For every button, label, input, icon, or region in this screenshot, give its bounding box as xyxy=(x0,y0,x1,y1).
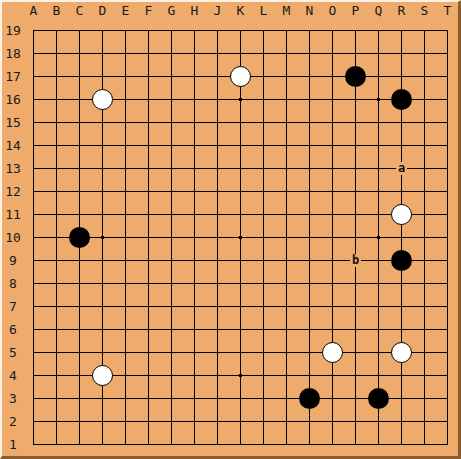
intersection-M6[interactable] xyxy=(275,318,298,341)
intersection-P5[interactable] xyxy=(344,341,367,364)
intersection-G5[interactable] xyxy=(160,341,183,364)
intersection-A7[interactable] xyxy=(22,295,45,318)
intersection-D6[interactable] xyxy=(91,318,114,341)
intersection-P18[interactable] xyxy=(344,42,367,65)
intersection-Q6[interactable] xyxy=(367,318,390,341)
intersection-D3[interactable] xyxy=(91,387,114,410)
intersection-C7[interactable] xyxy=(68,295,91,318)
intersection-F7[interactable] xyxy=(137,295,160,318)
intersection-Q17[interactable] xyxy=(367,65,390,88)
intersection-L19[interactable] xyxy=(252,19,275,42)
intersection-P14[interactable] xyxy=(344,134,367,157)
intersection-B7[interactable] xyxy=(45,295,68,318)
intersection-T12[interactable] xyxy=(436,180,459,203)
intersection-N2[interactable] xyxy=(298,410,321,433)
intersection-R16[interactable] xyxy=(390,88,413,111)
intersection-E13[interactable] xyxy=(114,157,137,180)
intersection-J6[interactable] xyxy=(206,318,229,341)
intersection-K8[interactable] xyxy=(229,272,252,295)
intersection-T5[interactable] xyxy=(436,341,459,364)
intersection-B9[interactable] xyxy=(45,249,68,272)
intersection-N9[interactable] xyxy=(298,249,321,272)
intersection-J11[interactable] xyxy=(206,203,229,226)
intersection-D9[interactable] xyxy=(91,249,114,272)
intersection-N19[interactable] xyxy=(298,19,321,42)
intersection-P16[interactable] xyxy=(344,88,367,111)
intersection-B1[interactable] xyxy=(45,433,68,456)
intersection-O3[interactable] xyxy=(321,387,344,410)
intersection-S6[interactable] xyxy=(413,318,436,341)
intersection-B19[interactable] xyxy=(45,19,68,42)
intersection-A19[interactable] xyxy=(22,19,45,42)
intersection-L18[interactable] xyxy=(252,42,275,65)
intersection-Q1[interactable] xyxy=(367,433,390,456)
intersection-M4[interactable] xyxy=(275,364,298,387)
intersection-G19[interactable] xyxy=(160,19,183,42)
intersection-C16[interactable] xyxy=(68,88,91,111)
intersection-E16[interactable] xyxy=(114,88,137,111)
intersection-S16[interactable] xyxy=(413,88,436,111)
intersection-D17[interactable] xyxy=(91,65,114,88)
intersection-R17[interactable] xyxy=(390,65,413,88)
intersection-C4[interactable] xyxy=(68,364,91,387)
intersection-A13[interactable] xyxy=(22,157,45,180)
intersection-T14[interactable] xyxy=(436,134,459,157)
intersection-H12[interactable] xyxy=(183,180,206,203)
intersection-M11[interactable] xyxy=(275,203,298,226)
intersection-H8[interactable] xyxy=(183,272,206,295)
intersection-L15[interactable] xyxy=(252,111,275,134)
intersection-B6[interactable] xyxy=(45,318,68,341)
intersection-P4[interactable] xyxy=(344,364,367,387)
intersection-C18[interactable] xyxy=(68,42,91,65)
intersection-G8[interactable] xyxy=(160,272,183,295)
intersection-K13[interactable] xyxy=(229,157,252,180)
intersection-R14[interactable] xyxy=(390,134,413,157)
intersection-R8[interactable] xyxy=(390,272,413,295)
intersection-S18[interactable] xyxy=(413,42,436,65)
intersection-B4[interactable] xyxy=(45,364,68,387)
intersection-D1[interactable] xyxy=(91,433,114,456)
intersection-E9[interactable] xyxy=(114,249,137,272)
intersection-G16[interactable] xyxy=(160,88,183,111)
intersection-E3[interactable] xyxy=(114,387,137,410)
intersection-N17[interactable] xyxy=(298,65,321,88)
intersection-B12[interactable] xyxy=(45,180,68,203)
intersection-N8[interactable] xyxy=(298,272,321,295)
intersection-H3[interactable] xyxy=(183,387,206,410)
intersection-B11[interactable] xyxy=(45,203,68,226)
intersection-E19[interactable] xyxy=(114,19,137,42)
intersection-K7[interactable] xyxy=(229,295,252,318)
intersection-C1[interactable] xyxy=(68,433,91,456)
intersection-Q10[interactable] xyxy=(367,226,390,249)
intersection-J17[interactable] xyxy=(206,65,229,88)
intersection-K18[interactable] xyxy=(229,42,252,65)
intersection-G18[interactable] xyxy=(160,42,183,65)
intersection-A11[interactable] xyxy=(22,203,45,226)
intersection-N1[interactable] xyxy=(298,433,321,456)
intersection-K12[interactable] xyxy=(229,180,252,203)
intersection-M14[interactable] xyxy=(275,134,298,157)
intersection-C15[interactable] xyxy=(68,111,91,134)
intersection-A9[interactable] xyxy=(22,249,45,272)
intersection-B13[interactable] xyxy=(45,157,68,180)
intersection-E15[interactable] xyxy=(114,111,137,134)
intersection-T10[interactable] xyxy=(436,226,459,249)
intersection-G2[interactable] xyxy=(160,410,183,433)
intersection-P3[interactable] xyxy=(344,387,367,410)
intersection-F1[interactable] xyxy=(137,433,160,456)
intersection-D19[interactable] xyxy=(91,19,114,42)
intersection-L6[interactable] xyxy=(252,318,275,341)
intersection-B18[interactable] xyxy=(45,42,68,65)
intersection-P17[interactable] xyxy=(344,65,367,88)
intersection-E6[interactable] xyxy=(114,318,137,341)
intersection-P8[interactable] xyxy=(344,272,367,295)
intersection-J1[interactable] xyxy=(206,433,229,456)
intersection-J3[interactable] xyxy=(206,387,229,410)
intersection-P13[interactable] xyxy=(344,157,367,180)
intersection-N18[interactable] xyxy=(298,42,321,65)
intersection-Q16[interactable] xyxy=(367,88,390,111)
intersection-T18[interactable] xyxy=(436,42,459,65)
intersection-J19[interactable] xyxy=(206,19,229,42)
intersection-F5[interactable] xyxy=(137,341,160,364)
intersection-A6[interactable] xyxy=(22,318,45,341)
intersection-F16[interactable] xyxy=(137,88,160,111)
intersection-S5[interactable] xyxy=(413,341,436,364)
intersection-N7[interactable] xyxy=(298,295,321,318)
intersection-A3[interactable] xyxy=(22,387,45,410)
intersection-A14[interactable] xyxy=(22,134,45,157)
intersection-T3[interactable] xyxy=(436,387,459,410)
intersection-M12[interactable] xyxy=(275,180,298,203)
intersection-N14[interactable] xyxy=(298,134,321,157)
intersection-H1[interactable] xyxy=(183,433,206,456)
intersection-O17[interactable] xyxy=(321,65,344,88)
intersection-H15[interactable] xyxy=(183,111,206,134)
intersection-S11[interactable] xyxy=(413,203,436,226)
intersection-K2[interactable] xyxy=(229,410,252,433)
intersection-E1[interactable] xyxy=(114,433,137,456)
intersection-G10[interactable] xyxy=(160,226,183,249)
intersection-J13[interactable] xyxy=(206,157,229,180)
intersection-O2[interactable] xyxy=(321,410,344,433)
intersection-T7[interactable] xyxy=(436,295,459,318)
intersection-A18[interactable] xyxy=(22,42,45,65)
intersection-F15[interactable] xyxy=(137,111,160,134)
intersection-S12[interactable] xyxy=(413,180,436,203)
intersection-D5[interactable] xyxy=(91,341,114,364)
intersection-D16[interactable] xyxy=(91,88,114,111)
intersection-O14[interactable] xyxy=(321,134,344,157)
intersection-H13[interactable] xyxy=(183,157,206,180)
intersection-R15[interactable] xyxy=(390,111,413,134)
intersection-D4[interactable] xyxy=(91,364,114,387)
intersection-Q3[interactable] xyxy=(367,387,390,410)
intersection-R19[interactable] xyxy=(390,19,413,42)
intersection-G13[interactable] xyxy=(160,157,183,180)
intersection-P19[interactable] xyxy=(344,19,367,42)
intersection-E5[interactable] xyxy=(114,341,137,364)
intersection-K5[interactable] xyxy=(229,341,252,364)
intersection-H18[interactable] xyxy=(183,42,206,65)
intersection-G14[interactable] xyxy=(160,134,183,157)
intersection-M3[interactable] xyxy=(275,387,298,410)
intersection-C13[interactable] xyxy=(68,157,91,180)
intersection-S15[interactable] xyxy=(413,111,436,134)
intersection-F8[interactable] xyxy=(137,272,160,295)
intersection-G7[interactable] xyxy=(160,295,183,318)
intersection-O19[interactable] xyxy=(321,19,344,42)
intersection-Q2[interactable] xyxy=(367,410,390,433)
intersection-Q19[interactable] xyxy=(367,19,390,42)
intersection-O11[interactable] xyxy=(321,203,344,226)
intersection-J7[interactable] xyxy=(206,295,229,318)
intersection-L9[interactable] xyxy=(252,249,275,272)
intersection-T19[interactable] xyxy=(436,19,459,42)
intersection-A15[interactable] xyxy=(22,111,45,134)
intersection-D13[interactable] xyxy=(91,157,114,180)
intersection-E2[interactable] xyxy=(114,410,137,433)
intersection-G15[interactable] xyxy=(160,111,183,134)
intersection-M18[interactable] xyxy=(275,42,298,65)
intersection-C11[interactable] xyxy=(68,203,91,226)
intersection-K6[interactable] xyxy=(229,318,252,341)
intersection-S2[interactable] xyxy=(413,410,436,433)
intersection-P12[interactable] xyxy=(344,180,367,203)
intersection-L3[interactable] xyxy=(252,387,275,410)
intersection-B14[interactable] xyxy=(45,134,68,157)
intersection-S14[interactable] xyxy=(413,134,436,157)
intersection-L16[interactable] xyxy=(252,88,275,111)
intersection-R4[interactable] xyxy=(390,364,413,387)
intersection-Q4[interactable] xyxy=(367,364,390,387)
intersection-S13[interactable] xyxy=(413,157,436,180)
intersection-T13[interactable] xyxy=(436,157,459,180)
intersection-O18[interactable] xyxy=(321,42,344,65)
intersection-Q15[interactable] xyxy=(367,111,390,134)
intersection-G12[interactable] xyxy=(160,180,183,203)
intersection-L10[interactable] xyxy=(252,226,275,249)
intersection-R1[interactable] xyxy=(390,433,413,456)
intersection-M8[interactable] xyxy=(275,272,298,295)
intersection-S17[interactable] xyxy=(413,65,436,88)
intersection-H5[interactable] xyxy=(183,341,206,364)
intersection-T2[interactable] xyxy=(436,410,459,433)
intersection-J2[interactable] xyxy=(206,410,229,433)
intersection-B2[interactable] xyxy=(45,410,68,433)
intersection-C12[interactable] xyxy=(68,180,91,203)
intersection-G4[interactable] xyxy=(160,364,183,387)
intersection-O10[interactable] xyxy=(321,226,344,249)
intersection-D12[interactable] xyxy=(91,180,114,203)
intersection-R12[interactable] xyxy=(390,180,413,203)
intersection-F12[interactable] xyxy=(137,180,160,203)
intersection-R5[interactable] xyxy=(390,341,413,364)
intersection-N16[interactable] xyxy=(298,88,321,111)
intersection-C10[interactable] xyxy=(68,226,91,249)
intersection-A10[interactable] xyxy=(22,226,45,249)
intersection-H11[interactable] xyxy=(183,203,206,226)
intersection-M19[interactable] xyxy=(275,19,298,42)
intersection-K11[interactable] xyxy=(229,203,252,226)
intersection-C2[interactable] xyxy=(68,410,91,433)
intersection-T17[interactable] xyxy=(436,65,459,88)
intersection-D10[interactable] xyxy=(91,226,114,249)
intersection-A17[interactable] xyxy=(22,65,45,88)
intersection-F4[interactable] xyxy=(137,364,160,387)
intersection-H19[interactable] xyxy=(183,19,206,42)
intersection-S8[interactable] xyxy=(413,272,436,295)
intersection-T4[interactable] xyxy=(436,364,459,387)
intersection-C19[interactable] xyxy=(68,19,91,42)
intersection-T11[interactable] xyxy=(436,203,459,226)
intersection-J16[interactable] xyxy=(206,88,229,111)
intersection-B17[interactable] xyxy=(45,65,68,88)
intersection-F9[interactable] xyxy=(137,249,160,272)
intersection-O1[interactable] xyxy=(321,433,344,456)
intersection-P9[interactable]: b xyxy=(344,249,367,272)
intersection-G3[interactable] xyxy=(160,387,183,410)
intersection-N4[interactable] xyxy=(298,364,321,387)
intersection-P6[interactable] xyxy=(344,318,367,341)
intersection-S1[interactable] xyxy=(413,433,436,456)
intersection-M5[interactable] xyxy=(275,341,298,364)
intersection-R10[interactable] xyxy=(390,226,413,249)
intersection-H6[interactable] xyxy=(183,318,206,341)
intersection-Q11[interactable] xyxy=(367,203,390,226)
intersection-T16[interactable] xyxy=(436,88,459,111)
intersection-S4[interactable] xyxy=(413,364,436,387)
intersection-C14[interactable] xyxy=(68,134,91,157)
intersection-L5[interactable] xyxy=(252,341,275,364)
intersection-G11[interactable] xyxy=(160,203,183,226)
intersection-A12[interactable] xyxy=(22,180,45,203)
intersection-R2[interactable] xyxy=(390,410,413,433)
intersection-O7[interactable] xyxy=(321,295,344,318)
intersection-T1[interactable] xyxy=(436,433,459,456)
intersection-J4[interactable] xyxy=(206,364,229,387)
intersection-E4[interactable] xyxy=(114,364,137,387)
intersection-T8[interactable] xyxy=(436,272,459,295)
intersection-B8[interactable] xyxy=(45,272,68,295)
intersection-A4[interactable] xyxy=(22,364,45,387)
intersection-L17[interactable] xyxy=(252,65,275,88)
intersection-G9[interactable] xyxy=(160,249,183,272)
intersection-H17[interactable] xyxy=(183,65,206,88)
intersection-P10[interactable] xyxy=(344,226,367,249)
intersection-H16[interactable] xyxy=(183,88,206,111)
intersection-K4[interactable] xyxy=(229,364,252,387)
intersection-P1[interactable] xyxy=(344,433,367,456)
intersection-K16[interactable] xyxy=(229,88,252,111)
intersection-K1[interactable] xyxy=(229,433,252,456)
intersection-Q12[interactable] xyxy=(367,180,390,203)
intersection-L4[interactable] xyxy=(252,364,275,387)
intersection-G1[interactable] xyxy=(160,433,183,456)
intersection-M15[interactable] xyxy=(275,111,298,134)
intersection-L8[interactable] xyxy=(252,272,275,295)
intersection-N15[interactable] xyxy=(298,111,321,134)
intersection-J9[interactable] xyxy=(206,249,229,272)
intersection-S10[interactable] xyxy=(413,226,436,249)
intersection-P7[interactable] xyxy=(344,295,367,318)
intersection-P15[interactable] xyxy=(344,111,367,134)
intersection-O5[interactable] xyxy=(321,341,344,364)
intersection-D18[interactable] xyxy=(91,42,114,65)
intersection-A8[interactable] xyxy=(22,272,45,295)
intersection-T9[interactable] xyxy=(436,249,459,272)
intersection-C5[interactable] xyxy=(68,341,91,364)
intersection-Q14[interactable] xyxy=(367,134,390,157)
intersection-O13[interactable] xyxy=(321,157,344,180)
intersection-E8[interactable] xyxy=(114,272,137,295)
intersection-R11[interactable] xyxy=(390,203,413,226)
intersection-E12[interactable] xyxy=(114,180,137,203)
intersection-L12[interactable] xyxy=(252,180,275,203)
intersection-H2[interactable] xyxy=(183,410,206,433)
intersection-C9[interactable] xyxy=(68,249,91,272)
intersection-A2[interactable] xyxy=(22,410,45,433)
intersection-Q18[interactable] xyxy=(367,42,390,65)
intersection-A5[interactable] xyxy=(22,341,45,364)
intersection-F18[interactable] xyxy=(137,42,160,65)
intersection-K15[interactable] xyxy=(229,111,252,134)
intersection-R6[interactable] xyxy=(390,318,413,341)
intersection-O15[interactable] xyxy=(321,111,344,134)
intersection-O4[interactable] xyxy=(321,364,344,387)
intersection-H10[interactable] xyxy=(183,226,206,249)
intersection-S9[interactable] xyxy=(413,249,436,272)
intersection-D11[interactable] xyxy=(91,203,114,226)
intersection-J15[interactable] xyxy=(206,111,229,134)
intersection-O8[interactable] xyxy=(321,272,344,295)
intersection-Q13[interactable] xyxy=(367,157,390,180)
intersection-F17[interactable] xyxy=(137,65,160,88)
intersection-B15[interactable] xyxy=(45,111,68,134)
intersection-D14[interactable] xyxy=(91,134,114,157)
intersection-J14[interactable] xyxy=(206,134,229,157)
intersection-E7[interactable] xyxy=(114,295,137,318)
intersection-K14[interactable] xyxy=(229,134,252,157)
intersection-H7[interactable] xyxy=(183,295,206,318)
intersection-J8[interactable] xyxy=(206,272,229,295)
intersection-K9[interactable] xyxy=(229,249,252,272)
intersection-G17[interactable] xyxy=(160,65,183,88)
intersection-G6[interactable] xyxy=(160,318,183,341)
intersection-N5[interactable] xyxy=(298,341,321,364)
intersection-H14[interactable] xyxy=(183,134,206,157)
intersection-E10[interactable] xyxy=(114,226,137,249)
intersection-M16[interactable] xyxy=(275,88,298,111)
intersection-F19[interactable] xyxy=(137,19,160,42)
intersection-R3[interactable] xyxy=(390,387,413,410)
intersection-O16[interactable] xyxy=(321,88,344,111)
intersection-L14[interactable] xyxy=(252,134,275,157)
intersection-L2[interactable] xyxy=(252,410,275,433)
intersection-J10[interactable] xyxy=(206,226,229,249)
intersection-M17[interactable] xyxy=(275,65,298,88)
intersection-N11[interactable] xyxy=(298,203,321,226)
intersection-F3[interactable] xyxy=(137,387,160,410)
intersection-D15[interactable] xyxy=(91,111,114,134)
intersection-L7[interactable] xyxy=(252,295,275,318)
intersection-M13[interactable] xyxy=(275,157,298,180)
intersection-N3[interactable] xyxy=(298,387,321,410)
intersection-E18[interactable] xyxy=(114,42,137,65)
